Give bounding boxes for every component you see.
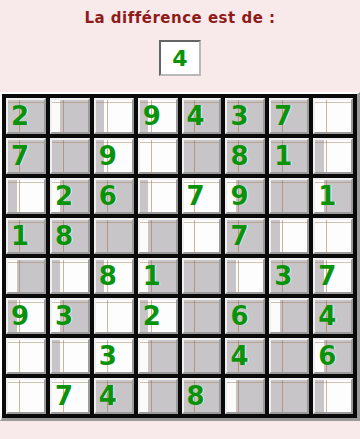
- cell-number: 7: [55, 381, 73, 411]
- cell-number: 7: [187, 181, 205, 211]
- cell-strip: [140, 220, 149, 252]
- cell-number: 1: [274, 141, 292, 171]
- cell-r1c4[interactable]: 9: [138, 98, 178, 134]
- cell-number: 1: [143, 261, 161, 291]
- cell-r1c3[interactable]: [94, 98, 134, 134]
- cell-strip: [52, 340, 61, 372]
- cell-r8c6[interactable]: [225, 378, 265, 414]
- board: 29437798126791187813793264346748: [2, 94, 357, 418]
- cell-number: 7: [274, 101, 292, 131]
- cell-strip: [315, 380, 324, 412]
- cell-r5c5[interactable]: [182, 258, 222, 294]
- cell-r5c7[interactable]: 3: [269, 258, 309, 294]
- cell-strip: [140, 380, 149, 412]
- cell-r4c1[interactable]: 1: [6, 218, 46, 254]
- cell-r3c2[interactable]: 2: [50, 178, 90, 214]
- cell-strip: [271, 220, 280, 252]
- cell-number: 4: [99, 381, 117, 411]
- cell-r2c1[interactable]: 7: [6, 138, 46, 174]
- cell-strip: [140, 340, 149, 372]
- cell-r8c1[interactable]: [6, 378, 46, 414]
- cell-r2c6[interactable]: 8: [225, 138, 265, 174]
- difference-input[interactable]: 4: [159, 40, 201, 76]
- cell-r5c1[interactable]: [6, 258, 46, 294]
- cell-number: 4: [187, 101, 205, 131]
- cell-r7c1[interactable]: [6, 338, 46, 374]
- cell-r3c4[interactable]: [138, 178, 178, 214]
- cell-number: 9: [11, 301, 29, 331]
- cell-r7c7[interactable]: [269, 338, 309, 374]
- cell-number: 8: [230, 141, 248, 171]
- cell-strip: [52, 260, 61, 292]
- cell-r7c3[interactable]: 3: [94, 338, 134, 374]
- cell-number: 3: [99, 341, 117, 371]
- cell-r8c5[interactable]: 8: [182, 378, 222, 414]
- cell-r4c8[interactable]: [313, 218, 353, 254]
- cell-r8c7[interactable]: [269, 378, 309, 414]
- cell-number: 6: [99, 181, 117, 211]
- cell-number: 3: [230, 101, 248, 131]
- cell-number: 4: [230, 341, 248, 371]
- cell-strip: [96, 100, 105, 132]
- cell-r4c4[interactable]: [138, 218, 178, 254]
- cell-strip: [271, 300, 280, 332]
- cell-strip: [140, 180, 149, 212]
- cell-r7c6[interactable]: 4: [225, 338, 265, 374]
- cell-number: 8: [55, 221, 73, 251]
- cell-number: 9: [143, 101, 161, 131]
- cell-r8c3[interactable]: 4: [94, 378, 134, 414]
- cell-r4c3[interactable]: [94, 218, 134, 254]
- cell-r5c4[interactable]: 1: [138, 258, 178, 294]
- cell-strip: [8, 260, 17, 292]
- cell-number: 7: [318, 261, 336, 291]
- cell-number: 9: [99, 141, 117, 171]
- cell-r6c6[interactable]: 6: [225, 298, 265, 334]
- cell-r2c2[interactable]: [50, 138, 90, 174]
- cell-strip: [227, 260, 236, 292]
- cell-r1c5[interactable]: 4: [182, 98, 222, 134]
- cell-r7c5[interactable]: [182, 338, 222, 374]
- cell-r1c2[interactable]: [50, 98, 90, 134]
- cell-number: 7: [11, 141, 29, 171]
- cell-number: 8: [99, 261, 117, 291]
- cell-number: 7: [230, 221, 248, 251]
- cell-r8c8[interactable]: [313, 378, 353, 414]
- page-title: La différence est de :: [0, 0, 360, 27]
- cell-r6c7[interactable]: [269, 298, 309, 334]
- cell-strip: [8, 180, 17, 212]
- cell-r8c2[interactable]: 7: [50, 378, 90, 414]
- cell-number: 8: [187, 381, 205, 411]
- cell-r3c1[interactable]: [6, 178, 46, 214]
- cell-r6c4[interactable]: 2: [138, 298, 178, 334]
- cell-r6c1[interactable]: 9: [6, 298, 46, 334]
- cell-number: 1: [11, 221, 29, 251]
- cell-strip: [315, 140, 324, 172]
- cell-r6c5[interactable]: [182, 298, 222, 334]
- cell-strip: [227, 380, 236, 412]
- cell-r3c5[interactable]: 7: [182, 178, 222, 214]
- cell-r4c6[interactable]: 7: [225, 218, 265, 254]
- cell-r2c7[interactable]: 1: [269, 138, 309, 174]
- cell-r7c4[interactable]: [138, 338, 178, 374]
- cell-number: 2: [55, 181, 73, 211]
- cell-number: 2: [143, 301, 161, 331]
- cell-r5c3[interactable]: 8: [94, 258, 134, 294]
- cell-r4c7[interactable]: [269, 218, 309, 254]
- cell-r4c5[interactable]: [182, 218, 222, 254]
- cell-r5c2[interactable]: [50, 258, 90, 294]
- cell-strip: [52, 100, 61, 132]
- cell-r3c7[interactable]: [269, 178, 309, 214]
- difference-value: 4: [172, 46, 187, 71]
- board-frame: 29437798126791187813793264346748: [0, 92, 360, 421]
- cell-r8c4[interactable]: [138, 378, 178, 414]
- cell-number: 9: [230, 181, 248, 211]
- cell-r3c8[interactable]: 1: [313, 178, 353, 214]
- cell-r2c3[interactable]: 9: [94, 138, 134, 174]
- cell-number: 4: [318, 301, 336, 331]
- cell-r3c3[interactable]: 6: [94, 178, 134, 214]
- cell-number: 3: [55, 301, 73, 331]
- cell-number: 3: [274, 261, 292, 291]
- cell-r1c1[interactable]: 2: [6, 98, 46, 134]
- cell-r6c2[interactable]: 3: [50, 298, 90, 334]
- cell-r4c2[interactable]: 8: [50, 218, 90, 254]
- cell-r1c6[interactable]: 3: [225, 98, 265, 134]
- cell-number: 6: [230, 301, 248, 331]
- cell-r5c6[interactable]: [225, 258, 265, 294]
- cell-r6c8[interactable]: 4: [313, 298, 353, 334]
- cell-r3c6[interactable]: 9: [225, 178, 265, 214]
- cell-r2c8[interactable]: [313, 138, 353, 174]
- cell-r5c8[interactable]: 7: [313, 258, 353, 294]
- cell-r1c7[interactable]: 7: [269, 98, 309, 134]
- cell-r6c3[interactable]: [94, 298, 134, 334]
- cell-r7c8[interactable]: 6: [313, 338, 353, 374]
- cell-r2c4[interactable]: [138, 138, 178, 174]
- cell-r2c5[interactable]: [182, 138, 222, 174]
- cell-r7c2[interactable]: [50, 338, 90, 374]
- cell-r1c8[interactable]: [313, 98, 353, 134]
- cell-number: 6: [318, 341, 336, 371]
- cell-number: 2: [11, 101, 29, 131]
- cell-number: 1: [318, 181, 336, 211]
